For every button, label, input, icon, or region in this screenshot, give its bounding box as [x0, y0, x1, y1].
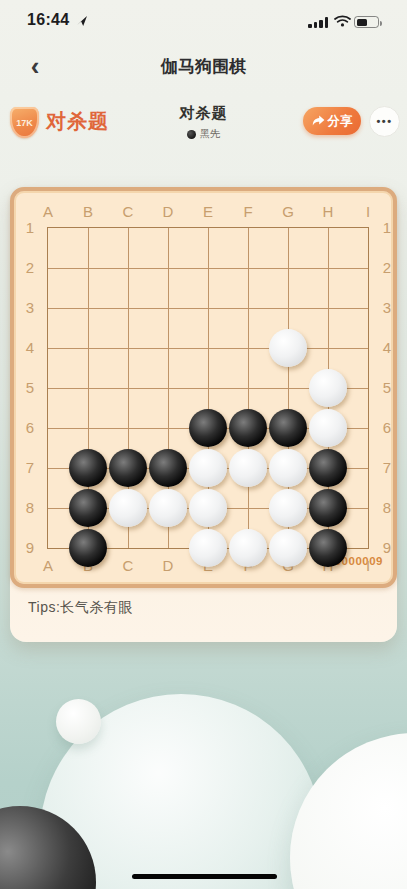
- coord-label-left: 4: [20, 339, 40, 357]
- coord-label-left: 5: [20, 379, 40, 397]
- stone-white: [109, 489, 147, 527]
- coord-label-left: 8: [20, 499, 40, 517]
- coord-label-right: 9: [377, 539, 397, 557]
- stone-white: [269, 329, 307, 367]
- stone-black: [69, 529, 107, 567]
- puzzle-card: G0000009 AABBCCDDEEFFGGHHII1122334455667…: [10, 187, 397, 642]
- stone-black: [149, 449, 187, 487]
- app-title: 伽马狗围棋: [0, 55, 407, 78]
- rank-badge-text: 17K: [16, 118, 33, 128]
- stone-white: [309, 369, 347, 407]
- coord-label-right: 3: [377, 299, 397, 317]
- board-frame[interactable]: G0000009 AABBCCDDEEFFGGHHII1122334455667…: [10, 187, 397, 588]
- nav-bar: ‹ 伽马狗围棋: [0, 44, 407, 90]
- stone-black: [109, 449, 147, 487]
- puzzle-header: 17K 对杀题 对杀题 黑先 分享 •••: [0, 98, 407, 150]
- stone-white: [309, 409, 347, 447]
- coord-label-right: 6: [377, 419, 397, 437]
- coord-label-right: 2: [377, 259, 397, 277]
- coord-label-top: E: [198, 203, 218, 221]
- more-button[interactable]: •••: [369, 106, 400, 137]
- coord-label-right: 7: [377, 459, 397, 477]
- share-arrow-icon: [312, 115, 325, 127]
- stone-black: [309, 449, 347, 487]
- decorative-white-sphere-small: [56, 699, 101, 744]
- stone-white: [229, 529, 267, 567]
- coord-label-top: C: [118, 203, 138, 221]
- stone-black: [189, 409, 227, 447]
- cellular-signal-icon: [308, 17, 330, 28]
- stone-black: [309, 529, 347, 567]
- coord-label-right: 4: [377, 339, 397, 357]
- coord-label-right: 1: [377, 219, 397, 237]
- grid-line-vertical: [248, 228, 249, 548]
- stone-black: [269, 409, 307, 447]
- battery-icon: [354, 16, 379, 28]
- coord-label-top: B: [78, 203, 98, 221]
- stone-white: [189, 529, 227, 567]
- coord-label-left: 2: [20, 259, 40, 277]
- stone-white: [149, 489, 187, 527]
- coord-label-top: D: [158, 203, 178, 221]
- location-arrow-icon: [76, 15, 88, 27]
- coord-label-bottom: A: [38, 557, 58, 575]
- more-dots-icon: •••: [376, 116, 392, 127]
- stone-black: [229, 409, 267, 447]
- stone-white: [229, 449, 267, 487]
- stone-white: [189, 489, 227, 527]
- coord-label-left: 1: [20, 219, 40, 237]
- coord-label-top: I: [358, 203, 378, 221]
- category-label: 对杀题: [46, 108, 109, 135]
- stone-white: [189, 449, 227, 487]
- coord-label-left: 9: [20, 539, 40, 557]
- puzzle-title-block: 对杀题 黑先: [180, 104, 228, 141]
- puzzle-title: 对杀题: [180, 104, 228, 123]
- coord-label-left: 6: [20, 419, 40, 437]
- decorative-white-sphere-right: [290, 733, 407, 889]
- status-bar: 16:44: [0, 0, 407, 44]
- wifi-icon: [334, 15, 351, 27]
- coord-label-bottom: D: [158, 557, 178, 575]
- coord-label-top: A: [38, 203, 58, 221]
- coord-label-bottom: C: [118, 557, 138, 575]
- tips-text: Tips:长气杀有眼: [28, 599, 133, 617]
- coord-label-top: F: [238, 203, 258, 221]
- turn-indicator: 黑先: [180, 127, 228, 141]
- coord-label-left: 7: [20, 459, 40, 477]
- stone-black: [69, 489, 107, 527]
- coord-label-top: G: [278, 203, 298, 221]
- stone-black: [309, 489, 347, 527]
- rank-badge-icon: 17K: [10, 107, 39, 138]
- share-button[interactable]: 分享: [303, 107, 361, 135]
- stone-white: [269, 529, 307, 567]
- share-label: 分享: [328, 113, 353, 130]
- coord-label-right: 5: [377, 379, 397, 397]
- turn-text: 黑先: [200, 127, 220, 141]
- coord-label-bottom: I: [358, 557, 378, 575]
- stone-black: [69, 449, 107, 487]
- stone-white: [269, 449, 307, 487]
- app-screen: 16:44 ‹ 伽马狗围棋 17K 对杀题 对杀题 黑先 分享 •••: [0, 0, 407, 889]
- coord-label-left: 3: [20, 299, 40, 317]
- stone-white: [269, 489, 307, 527]
- home-indicator[interactable]: [132, 874, 277, 879]
- coord-label-right: 8: [377, 499, 397, 517]
- coord-label-top: H: [318, 203, 338, 221]
- clock: 16:44: [27, 11, 69, 29]
- black-stone-icon: [187, 130, 196, 139]
